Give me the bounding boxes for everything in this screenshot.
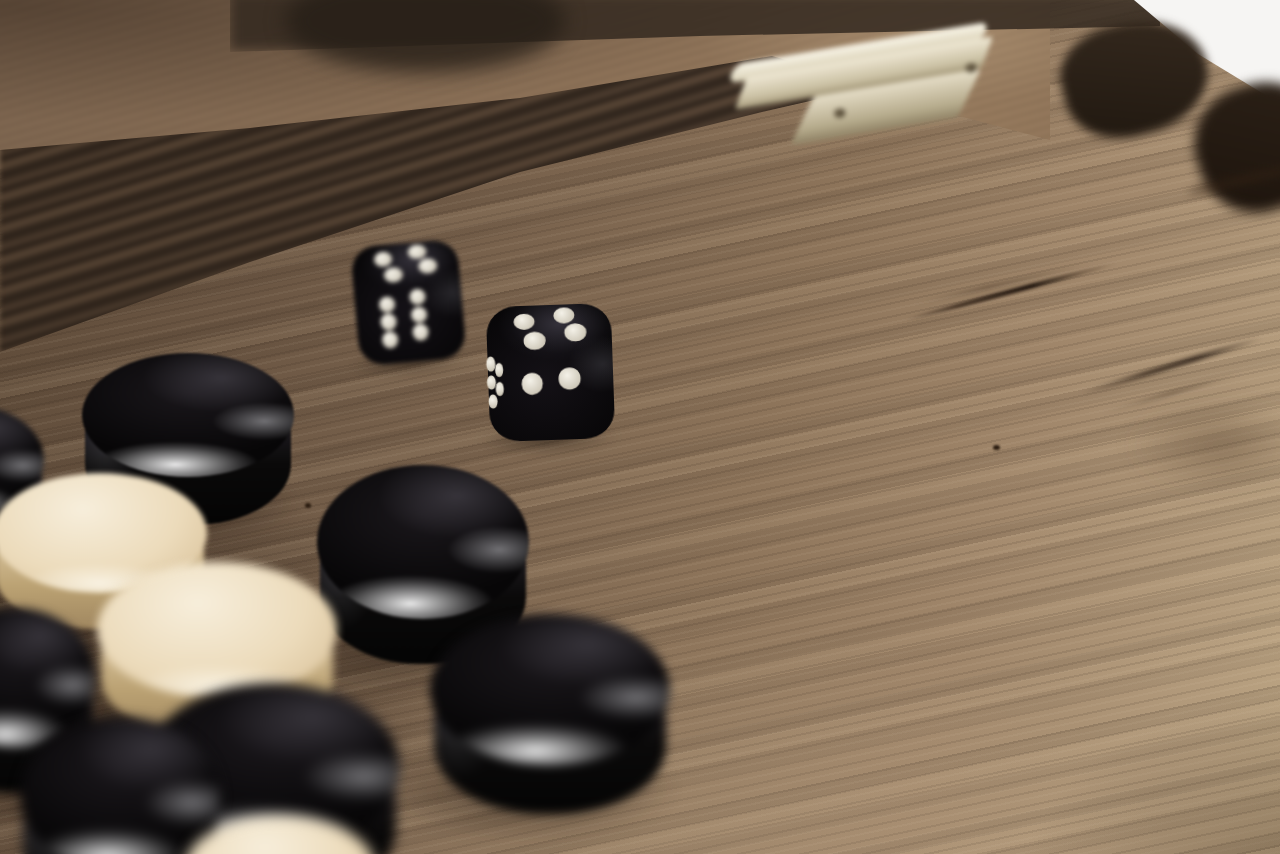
checker-top-face: [185, 816, 375, 854]
die-pip: [564, 323, 587, 341]
die-body: [350, 239, 467, 367]
checker-black[interactable]: [430, 614, 670, 814]
die-pip: [488, 394, 497, 409]
die[interactable]: [350, 239, 467, 367]
checker-top-face: [97, 562, 337, 698]
checker-cream[interactable]: [185, 816, 375, 854]
die-body: [486, 303, 616, 442]
die-pip: [495, 363, 503, 377]
die-pip: [496, 382, 504, 396]
checker-top-face: [82, 353, 294, 477]
game-pieces-layer: [0, 0, 1280, 854]
die-pip: [523, 331, 546, 349]
checker-top-face: [430, 614, 670, 766]
die[interactable]: [486, 303, 616, 442]
die-pip: [486, 356, 495, 371]
checker-top-face: [317, 465, 529, 619]
die-pip: [487, 375, 496, 390]
backgammon-photo: [0, 0, 1280, 854]
